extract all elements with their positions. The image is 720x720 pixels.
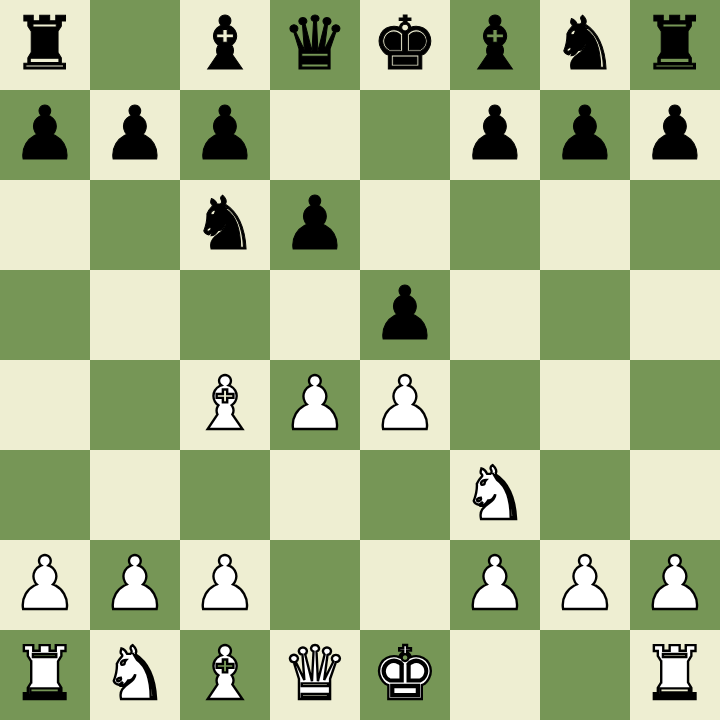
piece-black-bishop[interactable]: ♝ — [462, 6, 528, 80]
piece-white-rook[interactable]: ♜ — [642, 636, 708, 710]
square-d5[interactable] — [270, 270, 360, 360]
square-c8[interactable]: ♝ — [180, 0, 270, 90]
piece-white-pawn[interactable]: ♟ — [372, 366, 438, 440]
square-e6[interactable] — [360, 180, 450, 270]
piece-white-rook[interactable]: ♜ — [12, 636, 78, 710]
square-h8[interactable]: ♜ — [630, 0, 720, 90]
square-g4[interactable] — [540, 360, 630, 450]
square-c3[interactable] — [180, 450, 270, 540]
piece-black-pawn[interactable]: ♟ — [552, 96, 618, 170]
square-b4[interactable] — [90, 360, 180, 450]
square-g3[interactable] — [540, 450, 630, 540]
square-c4[interactable]: ♝ — [180, 360, 270, 450]
square-f1[interactable] — [450, 630, 540, 720]
square-e4[interactable]: ♟ — [360, 360, 450, 450]
square-f3[interactable]: ♞ — [450, 450, 540, 540]
square-g5[interactable] — [540, 270, 630, 360]
square-h3[interactable] — [630, 450, 720, 540]
square-g1[interactable] — [540, 630, 630, 720]
square-c6[interactable]: ♞ — [180, 180, 270, 270]
chess-board: ♜♝♛♚♝♞♜♟♟♟♟♟♟♞♟♟♝♟♟♞♟♟♟♟♟♟♜♞♝♛♚♜ — [0, 0, 720, 720]
square-e7[interactable] — [360, 90, 450, 180]
piece-black-king[interactable]: ♚ — [372, 6, 438, 80]
piece-black-queen[interactable]: ♛ — [282, 6, 348, 80]
square-h5[interactable] — [630, 270, 720, 360]
square-a3[interactable] — [0, 450, 90, 540]
square-f6[interactable] — [450, 180, 540, 270]
square-e3[interactable] — [360, 450, 450, 540]
piece-black-rook[interactable]: ♜ — [12, 6, 78, 80]
square-b7[interactable]: ♟ — [90, 90, 180, 180]
square-b5[interactable] — [90, 270, 180, 360]
square-a8[interactable]: ♜ — [0, 0, 90, 90]
square-d6[interactable]: ♟ — [270, 180, 360, 270]
square-h1[interactable]: ♜ — [630, 630, 720, 720]
square-b1[interactable]: ♞ — [90, 630, 180, 720]
piece-white-knight[interactable]: ♞ — [102, 636, 168, 710]
square-a7[interactable]: ♟ — [0, 90, 90, 180]
piece-black-pawn[interactable]: ♟ — [192, 96, 258, 170]
square-h4[interactable] — [630, 360, 720, 450]
square-e8[interactable]: ♚ — [360, 0, 450, 90]
piece-white-pawn[interactable]: ♟ — [642, 546, 708, 620]
piece-white-queen[interactable]: ♛ — [282, 636, 348, 710]
piece-black-pawn[interactable]: ♟ — [462, 96, 528, 170]
square-c5[interactable] — [180, 270, 270, 360]
piece-black-pawn[interactable]: ♟ — [282, 186, 348, 260]
piece-white-pawn[interactable]: ♟ — [282, 366, 348, 440]
piece-white-bishop[interactable]: ♝ — [192, 366, 258, 440]
square-a5[interactable] — [0, 270, 90, 360]
piece-white-pawn[interactable]: ♟ — [552, 546, 618, 620]
square-h2[interactable]: ♟ — [630, 540, 720, 630]
piece-white-pawn[interactable]: ♟ — [462, 546, 528, 620]
square-f2[interactable]: ♟ — [450, 540, 540, 630]
square-a2[interactable]: ♟ — [0, 540, 90, 630]
square-f4[interactable] — [450, 360, 540, 450]
piece-white-pawn[interactable]: ♟ — [192, 546, 258, 620]
square-d7[interactable] — [270, 90, 360, 180]
square-c2[interactable]: ♟ — [180, 540, 270, 630]
piece-black-rook[interactable]: ♜ — [642, 6, 708, 80]
square-d1[interactable]: ♛ — [270, 630, 360, 720]
square-b6[interactable] — [90, 180, 180, 270]
piece-black-knight[interactable]: ♞ — [552, 6, 618, 80]
square-b8[interactable] — [90, 0, 180, 90]
piece-white-pawn[interactable]: ♟ — [102, 546, 168, 620]
square-d2[interactable] — [270, 540, 360, 630]
square-f8[interactable]: ♝ — [450, 0, 540, 90]
square-e2[interactable] — [360, 540, 450, 630]
square-a4[interactable] — [0, 360, 90, 450]
piece-black-pawn[interactable]: ♟ — [102, 96, 168, 170]
square-c1[interactable]: ♝ — [180, 630, 270, 720]
piece-black-bishop[interactable]: ♝ — [192, 6, 258, 80]
piece-white-king[interactable]: ♚ — [372, 636, 438, 710]
square-g8[interactable]: ♞ — [540, 0, 630, 90]
piece-black-knight[interactable]: ♞ — [192, 186, 258, 260]
square-d8[interactable]: ♛ — [270, 0, 360, 90]
square-h7[interactable]: ♟ — [630, 90, 720, 180]
square-a6[interactable] — [0, 180, 90, 270]
square-d3[interactable] — [270, 450, 360, 540]
piece-black-pawn[interactable]: ♟ — [12, 96, 78, 170]
piece-white-knight[interactable]: ♞ — [462, 456, 528, 530]
square-b3[interactable] — [90, 450, 180, 540]
piece-black-pawn[interactable]: ♟ — [642, 96, 708, 170]
square-c7[interactable]: ♟ — [180, 90, 270, 180]
square-e5[interactable]: ♟ — [360, 270, 450, 360]
piece-black-pawn[interactable]: ♟ — [372, 276, 438, 350]
piece-white-pawn[interactable]: ♟ — [12, 546, 78, 620]
square-b2[interactable]: ♟ — [90, 540, 180, 630]
square-a1[interactable]: ♜ — [0, 630, 90, 720]
square-f5[interactable] — [450, 270, 540, 360]
square-e1[interactable]: ♚ — [360, 630, 450, 720]
square-g6[interactable] — [540, 180, 630, 270]
piece-white-bishop[interactable]: ♝ — [192, 636, 258, 710]
square-h6[interactable] — [630, 180, 720, 270]
square-g2[interactable]: ♟ — [540, 540, 630, 630]
square-f7[interactable]: ♟ — [450, 90, 540, 180]
square-d4[interactable]: ♟ — [270, 360, 360, 450]
square-g7[interactable]: ♟ — [540, 90, 630, 180]
